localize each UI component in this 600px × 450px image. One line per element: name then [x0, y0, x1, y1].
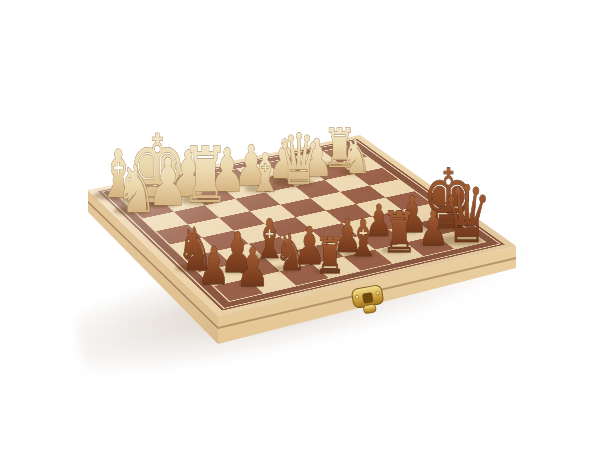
chess-piece-black-queen: ♛	[442, 168, 492, 261]
chess-piece-black-pawn: ♟	[418, 200, 448, 257]
chess-piece-black-rook: ♜	[315, 226, 346, 284]
chess-piece-white-queen: ♛	[277, 118, 321, 200]
chess-set-product-photo: ♜♞♟♟♛♟♝♟♟♝♜♚♟♞♚♟♟♛♟♜♟♝♝♟♞♞♟♜♟♟	[0, 0, 600, 450]
chess-piece-white-knight: ♞	[341, 129, 370, 185]
chess-piece-black-pawn: ♟	[198, 235, 231, 296]
chess-pieces-layer: ♜♞♟♟♛♟♝♟♟♝♜♚♟♞♚♟♟♛♟♜♟♝♝♟♞♞♟♜♟♟	[0, 0, 600, 450]
chess-piece-white-knight: ♞	[116, 151, 157, 227]
chess-piece-black-bishop: ♝	[347, 208, 379, 267]
piece-glyphs: ♜♞♟♟♛♟♝♟♟♝♜♚♟♞♚♟♟♛♟♜♟♝♝♟♞♞♟♜♟♟	[98, 114, 492, 299]
chess-piece-white-bishop: ♝	[248, 142, 281, 203]
chess-piece-black-rook: ♜	[382, 200, 418, 266]
chess-piece-black-pawn: ♟	[236, 236, 270, 299]
chess-piece-black-knight: ♞	[275, 224, 306, 282]
